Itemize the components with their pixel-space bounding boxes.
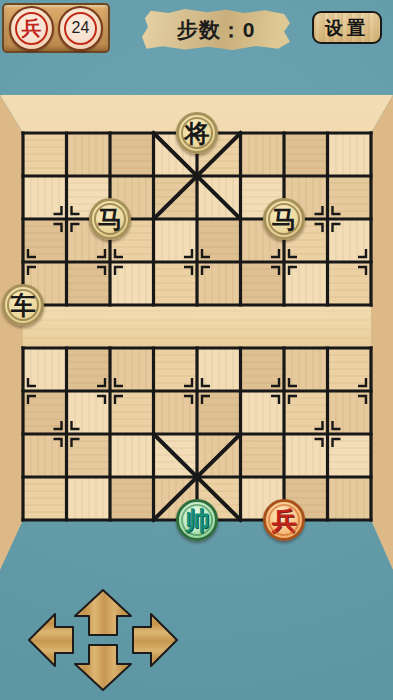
dpad-controls xyxy=(24,586,182,696)
counter-value: 24 xyxy=(72,20,90,36)
step-count-value: 0 xyxy=(243,18,256,42)
arrow-left-button[interactable] xyxy=(29,614,73,666)
captured-counter-plaque: 兵 24 xyxy=(2,3,110,53)
pieces-layer: 将马马车帅兵 xyxy=(23,133,371,520)
step-count-label: 步数： xyxy=(177,16,243,44)
red-soldier[interactable]: 兵 xyxy=(263,499,305,541)
arrow-down-button[interactable] xyxy=(75,645,131,690)
xiangqi-board: 将马马车帅兵 xyxy=(0,95,393,570)
arrow-right-button[interactable] xyxy=(133,614,177,666)
red-general[interactable]: 帅 xyxy=(176,499,218,541)
game-screen: 兵 24 步数：0 设置 将马马车帅兵 xyxy=(0,0,393,700)
step-count-paper: 步数：0 xyxy=(142,9,290,50)
arrow-up-button[interactable] xyxy=(75,590,131,635)
counter-value-ring: 24 xyxy=(64,12,97,45)
counter-value-disc: 24 xyxy=(58,6,103,51)
black-horse-right[interactable]: 马 xyxy=(263,198,305,240)
counter-piece-char: 兵 xyxy=(22,18,42,38)
black-chariot[interactable]: 车 xyxy=(2,284,44,326)
counter-piece-ring: 兵 xyxy=(15,12,48,45)
black-horse-left[interactable]: 马 xyxy=(89,198,131,240)
settings-button[interactable]: 设置 xyxy=(312,11,382,44)
top-bar: 兵 24 步数：0 设置 xyxy=(0,0,393,95)
counter-piece-disc: 兵 xyxy=(9,6,54,51)
black-general[interactable]: 将 xyxy=(176,112,218,154)
board-field: 将马马车帅兵 xyxy=(23,133,371,520)
